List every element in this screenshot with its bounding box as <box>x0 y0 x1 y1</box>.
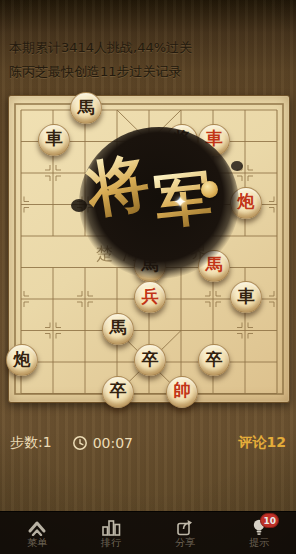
piece-red-col6-row1[interactable]: 車 <box>198 124 230 156</box>
hint-badge: 10 <box>260 513 279 528</box>
piece-black-col2-row0[interactable]: 馬 <box>70 92 102 124</box>
bottom-nav: 菜单 排行 分享 提示 10 <box>0 511 296 554</box>
piece-red-col6-row5[interactable]: 馬 <box>198 250 230 282</box>
piece-black-col3-row7[interactable]: 馬 <box>102 313 134 345</box>
timer: 00:07 <box>93 435 133 451</box>
nav-share-label: 分享 <box>175 538 195 548</box>
nav-hint-label: 提示 <box>249 538 269 548</box>
comments-link[interactable]: 评论12 <box>239 434 286 452</box>
share-icon <box>175 518 195 536</box>
move-counter: 步数:1 <box>10 434 52 452</box>
record-holder: 陈丙芝最快创造11步过关记录 <box>9 60 192 84</box>
piece-black-col5-row2[interactable]: 炮 <box>166 155 198 187</box>
pieces-layer: 馬車将車炮炮馬馬兵車馬炮卒卒卒帥 <box>9 96 289 402</box>
piece-red-col7-row3[interactable]: 炮 <box>230 187 262 219</box>
challenge-info: 本期累计3414人挑战,44%过关 陈丙芝最快创造11步过关记录 <box>9 36 192 84</box>
nav-menu[interactable]: 菜单 <box>0 512 74 554</box>
piece-black-col3-row9[interactable]: 卒 <box>102 376 134 408</box>
clock-icon <box>72 435 88 451</box>
piece-black-col7-row6[interactable]: 車 <box>230 281 262 313</box>
bar-chart-icon <box>101 518 121 536</box>
app-screen: 本期累计3414人挑战,44%过关 陈丙芝最快创造11步过关记录 楚河 漢界 馬… <box>0 0 296 554</box>
piece-black-col6-row8[interactable]: 卒 <box>198 344 230 376</box>
nav-share[interactable]: 分享 <box>148 512 222 554</box>
nav-ranking-label: 排行 <box>101 538 121 548</box>
nav-ranking[interactable]: 排行 <box>74 512 148 554</box>
piece-black-col1-row1[interactable]: 車 <box>38 124 70 156</box>
piece-red-col4-row6[interactable]: 兵 <box>134 281 166 313</box>
piece-red-col5-row9[interactable]: 帥 <box>166 376 198 408</box>
piece-black-col0-row8[interactable]: 炮 <box>6 344 38 376</box>
nav-menu-label: 菜单 <box>27 538 47 548</box>
piece-black-col5-row1[interactable]: 将 <box>166 124 198 156</box>
xiangqi-board[interactable]: 楚河 漢界 馬車将車炮炮馬馬兵車馬炮卒卒卒帥 将 军 ✦ <box>8 95 290 403</box>
piece-black-col4-row8[interactable]: 卒 <box>134 344 166 376</box>
chevron-up-icon <box>27 518 47 536</box>
challenge-stats: 本期累计3414人挑战,44%过关 <box>9 36 192 60</box>
status-bar: 步数:1 00:07 评论12 <box>0 430 296 456</box>
piece-black-col4-row5[interactable]: 馬 <box>134 250 166 282</box>
nav-hint[interactable]: 提示 10 <box>222 512 296 554</box>
